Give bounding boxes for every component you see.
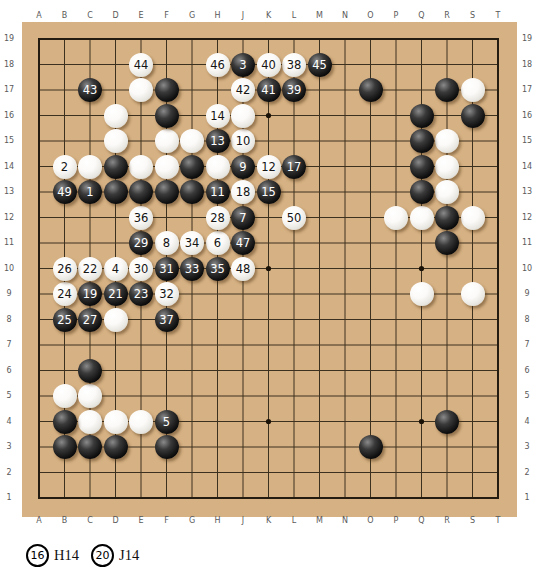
coord-label-top-N: N	[337, 10, 353, 22]
board-point-H11: 6	[205, 230, 231, 256]
stone-white-H18: 46	[206, 53, 230, 77]
board-point-B13: 49	[52, 179, 78, 205]
stone-white-D15	[104, 129, 128, 153]
stone-black-B8: 25	[53, 308, 77, 332]
coord-label-top-Q: Q	[414, 10, 430, 22]
stone-black-M18: 45	[308, 53, 332, 77]
stone-white-B9: 24	[53, 282, 77, 306]
board-point-L12: 50	[281, 205, 307, 231]
board-point-F4: 5	[154, 409, 180, 435]
coord-label-left-7: 7	[0, 339, 18, 351]
stone-white-B10: 26	[53, 257, 77, 281]
stone-white-F14	[155, 155, 179, 179]
board-point-B5	[52, 383, 78, 409]
stone-black-J14: 9	[231, 155, 255, 179]
board-point-F3	[154, 434, 180, 460]
stone-black-C13: 1	[78, 180, 102, 204]
stone-black-J18: 3	[231, 53, 255, 77]
board-point-L17: 39	[281, 77, 307, 103]
stone-white-E10: 30	[129, 257, 153, 281]
stone-black-C3	[78, 435, 102, 459]
stone-black-C9: 19	[78, 282, 102, 306]
stone-white-F15	[155, 129, 179, 153]
coord-label-top-B: B	[57, 10, 73, 22]
stone-white-L12: 50	[282, 206, 306, 230]
stone-white-K14: 12	[257, 155, 281, 179]
board-point-J15: 10	[230, 128, 256, 154]
stone-white-E18: 44	[129, 53, 153, 77]
coord-label-bottom-P: P	[388, 515, 404, 527]
board-point-S9	[460, 281, 486, 307]
stone-black-C8: 27	[78, 308, 102, 332]
coord-label-right-13: 13	[518, 186, 536, 198]
stone-black-R11	[435, 231, 459, 255]
board-point-J13: 18	[230, 179, 256, 205]
stone-black-D9: 21	[104, 282, 128, 306]
board-point-D10: 4	[103, 256, 129, 282]
stone-white-C5	[78, 384, 102, 408]
board-point-H16: 14	[205, 103, 231, 129]
stone-white-F11: 8	[155, 231, 179, 255]
board-point-C14	[77, 154, 103, 180]
stone-white-P12	[384, 206, 408, 230]
board-point-L18: 38	[281, 52, 307, 78]
stone-white-J10: 48	[231, 257, 255, 281]
stone-black-O3	[359, 435, 383, 459]
board-point-Q15	[409, 128, 435, 154]
coord-label-right-8: 8	[518, 314, 536, 326]
stone-white-B5	[53, 384, 77, 408]
coord-label-left-15: 15	[0, 135, 18, 147]
coord-label-left-11: 11	[0, 237, 18, 249]
stone-black-E11: 29	[129, 231, 153, 255]
board-point-D14	[103, 154, 129, 180]
stone-white-G15	[180, 129, 204, 153]
board-point-S17	[460, 77, 486, 103]
board-point-D3	[103, 434, 129, 460]
coord-label-bottom-S: S	[465, 515, 481, 527]
coord-label-right-18: 18	[518, 59, 536, 71]
coord-label-bottom-L: L	[286, 515, 302, 527]
stone-black-Q14	[410, 155, 434, 179]
stone-black-R17	[435, 78, 459, 102]
coord-label-left-12: 12	[0, 212, 18, 224]
coord-label-top-T: T	[490, 10, 506, 22]
go-board: 1234567891011121314151718192122232425262…	[22, 22, 517, 517]
coord-label-bottom-C: C	[82, 515, 98, 527]
coord-label-right-14: 14	[518, 161, 536, 173]
stone-black-S16	[461, 104, 485, 128]
stone-black-F16	[155, 104, 179, 128]
coord-label-left-3: 3	[0, 441, 18, 453]
stone-black-G10: 33	[180, 257, 204, 281]
stone-white-B14: 2	[53, 155, 77, 179]
stone-white-G11: 34	[180, 231, 204, 255]
board-point-R17	[434, 77, 460, 103]
board-point-J14: 9	[230, 154, 256, 180]
board-point-K14: 12	[256, 154, 282, 180]
stone-white-C10: 22	[78, 257, 102, 281]
stone-black-O17	[359, 78, 383, 102]
coord-label-bottom-N: N	[337, 515, 353, 527]
stone-white-L18: 38	[282, 53, 306, 77]
stone-black-F17	[155, 78, 179, 102]
board-point-Q12	[409, 205, 435, 231]
board-point-S12	[460, 205, 486, 231]
coord-label-bottom-B: B	[57, 515, 73, 527]
coord-label-right-19: 19	[518, 33, 536, 45]
board-point-L14: 17	[281, 154, 307, 180]
footnote-point-J14: J14	[119, 547, 139, 564]
board-point-K13: 15	[256, 179, 282, 205]
board-point-H15: 13	[205, 128, 231, 154]
board-point-F11: 8	[154, 230, 180, 256]
board-point-F10: 31	[154, 256, 180, 282]
board-point-B14: 2	[52, 154, 78, 180]
coord-label-top-P: P	[388, 10, 404, 22]
stone-black-C6	[78, 359, 102, 383]
coord-label-right-3: 3	[518, 441, 536, 453]
board-point-D16	[103, 103, 129, 129]
footnote-move-circle-16: 16	[26, 544, 49, 567]
stone-black-Q13	[410, 180, 434, 204]
coord-label-right-17: 17	[518, 84, 536, 96]
stone-black-F8: 37	[155, 308, 179, 332]
stone-white-C14	[78, 155, 102, 179]
stone-black-B13: 49	[53, 180, 77, 204]
coord-label-left-16: 16	[0, 110, 18, 122]
coord-label-left-17: 17	[0, 84, 18, 96]
board-point-Q14	[409, 154, 435, 180]
coord-label-bottom-F: F	[159, 515, 175, 527]
board-point-F14	[154, 154, 180, 180]
coord-label-bottom-O: O	[363, 515, 379, 527]
stone-black-J12: 7	[231, 206, 255, 230]
board-point-J17: 42	[230, 77, 256, 103]
board-point-R15	[434, 128, 460, 154]
board-point-F15	[154, 128, 180, 154]
coord-label-bottom-R: R	[439, 515, 455, 527]
coord-label-top-L: L	[286, 10, 302, 22]
coord-label-bottom-D: D	[108, 515, 124, 527]
board-point-E14	[128, 154, 154, 180]
coord-label-top-R: R	[439, 10, 455, 22]
stone-black-E9: 23	[129, 282, 153, 306]
board-point-Q16	[409, 103, 435, 129]
coord-label-left-18: 18	[0, 59, 18, 71]
coord-label-bottom-J: J	[235, 515, 251, 527]
board-point-R12	[434, 205, 460, 231]
board-point-J16	[230, 103, 256, 129]
stone-white-R14	[435, 155, 459, 179]
board-point-C4	[77, 409, 103, 435]
board-point-B10: 26	[52, 256, 78, 282]
stone-white-D10: 4	[104, 257, 128, 281]
board-point-H12: 28	[205, 205, 231, 231]
stone-black-B4	[53, 410, 77, 434]
stone-black-K17: 41	[257, 78, 281, 102]
board-point-E18: 44	[128, 52, 154, 78]
coord-label-bottom-T: T	[490, 515, 506, 527]
coord-label-top-M: M	[312, 10, 328, 22]
coord-label-right-11: 11	[518, 237, 536, 249]
board-point-E12: 36	[128, 205, 154, 231]
stone-black-G14	[180, 155, 204, 179]
coord-label-top-C: C	[82, 10, 98, 22]
stone-white-J13: 18	[231, 180, 255, 204]
board-point-B8: 25	[52, 307, 78, 333]
stone-white-K18: 40	[257, 53, 281, 77]
stone-white-J15: 10	[231, 129, 255, 153]
move-footnote: 16H1420J14	[26, 543, 146, 567]
board-point-F8: 37	[154, 307, 180, 333]
stone-white-E12: 36	[129, 206, 153, 230]
coord-label-left-8: 8	[0, 314, 18, 326]
board-point-C8: 27	[77, 307, 103, 333]
board-point-H13: 11	[205, 179, 231, 205]
coord-label-top-G: G	[184, 10, 200, 22]
board-point-J18: 3	[230, 52, 256, 78]
board-point-R14	[434, 154, 460, 180]
stone-white-E17	[129, 78, 153, 102]
stone-black-E13	[129, 180, 153, 204]
board-point-E17	[128, 77, 154, 103]
board-point-C3	[77, 434, 103, 460]
coord-label-top-O: O	[363, 10, 379, 22]
stone-black-J11: 47	[231, 231, 255, 255]
board-point-F16	[154, 103, 180, 129]
coord-label-left-13: 13	[0, 186, 18, 198]
board-point-F17	[154, 77, 180, 103]
footnote-move-circle-20: 20	[91, 544, 114, 567]
coord-label-top-K: K	[261, 10, 277, 22]
stone-black-F4: 5	[155, 410, 179, 434]
stone-black-C17: 43	[78, 78, 102, 102]
coord-label-right-16: 16	[518, 110, 536, 122]
stone-white-E14	[129, 155, 153, 179]
coord-label-left-9: 9	[0, 288, 18, 300]
coord-label-bottom-Q: Q	[414, 515, 430, 527]
board-point-E13	[128, 179, 154, 205]
coord-label-right-12: 12	[518, 212, 536, 224]
coord-label-top-S: S	[465, 10, 481, 22]
coord-label-left-19: 19	[0, 33, 18, 45]
board-point-J11: 47	[230, 230, 256, 256]
board-point-E9: 23	[128, 281, 154, 307]
coord-label-left-4: 4	[0, 416, 18, 428]
stone-white-D8	[104, 308, 128, 332]
coord-label-top-F: F	[159, 10, 175, 22]
board-point-B4	[52, 409, 78, 435]
stone-black-Q16	[410, 104, 434, 128]
stone-white-H12: 28	[206, 206, 230, 230]
board-point-F9: 32	[154, 281, 180, 307]
coord-label-right-4: 4	[518, 416, 536, 428]
stone-black-F3	[155, 435, 179, 459]
stone-white-Q12	[410, 206, 434, 230]
board-point-F13	[154, 179, 180, 205]
coord-label-right-6: 6	[518, 365, 536, 377]
board-point-K17: 41	[256, 77, 282, 103]
board-point-D15	[103, 128, 129, 154]
stone-white-S9	[461, 282, 485, 306]
stone-black-Q15	[410, 129, 434, 153]
coord-label-right-5: 5	[518, 390, 536, 402]
coord-label-top-D: D	[108, 10, 124, 22]
stone-white-D16	[104, 104, 128, 128]
board-point-C5	[77, 383, 103, 409]
board-point-H18: 46	[205, 52, 231, 78]
coord-label-bottom-A: A	[31, 515, 47, 527]
coord-label-bottom-M: M	[312, 515, 328, 527]
coord-label-top-E: E	[133, 10, 149, 22]
board-point-E10: 30	[128, 256, 154, 282]
stone-white-S12	[461, 206, 485, 230]
coord-label-top-J: J	[235, 10, 251, 22]
stone-black-L17: 39	[282, 78, 306, 102]
stone-white-H14	[206, 155, 230, 179]
stone-black-H15: 13	[206, 129, 230, 153]
board-point-B3	[52, 434, 78, 460]
stone-black-G13	[180, 180, 204, 204]
board-point-E11: 29	[128, 230, 154, 256]
coord-label-bottom-G: G	[184, 515, 200, 527]
coord-label-left-2: 2	[0, 467, 18, 479]
stone-white-R13	[435, 180, 459, 204]
stone-black-D3	[104, 435, 128, 459]
stone-white-H11: 6	[206, 231, 230, 255]
stone-white-C4	[78, 410, 102, 434]
stone-white-J17: 42	[231, 78, 255, 102]
board-point-O17	[358, 77, 384, 103]
board-point-E4	[128, 409, 154, 435]
board-point-M18: 45	[307, 52, 333, 78]
stone-white-H16: 14	[206, 104, 230, 128]
coord-label-right-7: 7	[518, 339, 536, 351]
board-point-Q13	[409, 179, 435, 205]
coord-label-top-H: H	[210, 10, 226, 22]
stone-black-H10: 35	[206, 257, 230, 281]
coord-label-right-9: 9	[518, 288, 536, 300]
board-point-D8	[103, 307, 129, 333]
stone-black-D13	[104, 180, 128, 204]
coord-label-right-1: 1	[518, 492, 536, 504]
board-point-Q9	[409, 281, 435, 307]
board-point-G11: 34	[179, 230, 205, 256]
board-point-B9: 24	[52, 281, 78, 307]
coord-label-left-10: 10	[0, 263, 18, 275]
coord-label-bottom-K: K	[261, 515, 277, 527]
coord-label-bottom-E: E	[133, 515, 149, 527]
board-point-C6	[77, 358, 103, 384]
stone-white-R15	[435, 129, 459, 153]
go-diagram: 1234567891011121314151718192122232425262…	[0, 0, 540, 577]
board-point-H14	[205, 154, 231, 180]
stone-white-S17	[461, 78, 485, 102]
stone-white-Q9	[410, 282, 434, 306]
board-point-C9: 19	[77, 281, 103, 307]
stone-white-F9: 32	[155, 282, 179, 306]
board-point-G13	[179, 179, 205, 205]
coord-label-left-1: 1	[0, 492, 18, 504]
board-point-J12: 7	[230, 205, 256, 231]
board-point-D4	[103, 409, 129, 435]
board-point-R13	[434, 179, 460, 205]
stone-black-H13: 11	[206, 180, 230, 204]
board-point-R4	[434, 409, 460, 435]
board-point-D13	[103, 179, 129, 205]
board-point-C13: 1	[77, 179, 103, 205]
board-point-K18: 40	[256, 52, 282, 78]
coord-label-left-14: 14	[0, 161, 18, 173]
stone-white-D4	[104, 410, 128, 434]
board-point-R11	[434, 230, 460, 256]
stone-black-D14	[104, 155, 128, 179]
coord-label-right-15: 15	[518, 135, 536, 147]
stone-black-L14: 17	[282, 155, 306, 179]
coord-label-top-A: A	[31, 10, 47, 22]
stone-black-B3	[53, 435, 77, 459]
board-point-C17: 43	[77, 77, 103, 103]
stone-white-E4	[129, 410, 153, 434]
stone-black-R12	[435, 206, 459, 230]
coord-label-bottom-H: H	[210, 515, 226, 527]
board-point-J10: 48	[230, 256, 256, 282]
board-point-D9: 21	[103, 281, 129, 307]
stone-black-R4	[435, 410, 459, 434]
board-point-C10: 22	[77, 256, 103, 282]
board-point-H10: 35	[205, 256, 231, 282]
stone-black-K13: 15	[257, 180, 281, 204]
board-point-G14	[179, 154, 205, 180]
stone-black-F13	[155, 180, 179, 204]
board-point-P12	[383, 205, 409, 231]
coord-label-left-6: 6	[0, 365, 18, 377]
board-point-S16	[460, 103, 486, 129]
stones-layer: 1234567891011121314151718192122232425262…	[26, 26, 511, 511]
coord-label-right-10: 10	[518, 263, 536, 275]
board-point-G10: 33	[179, 256, 205, 282]
coord-label-right-2: 2	[518, 467, 536, 479]
board-point-G15	[179, 128, 205, 154]
stone-black-F10: 31	[155, 257, 179, 281]
coord-label-left-5: 5	[0, 390, 18, 402]
footnote-point-H14: H14	[54, 547, 79, 564]
board-point-O3	[358, 434, 384, 460]
stone-white-J16	[231, 104, 255, 128]
